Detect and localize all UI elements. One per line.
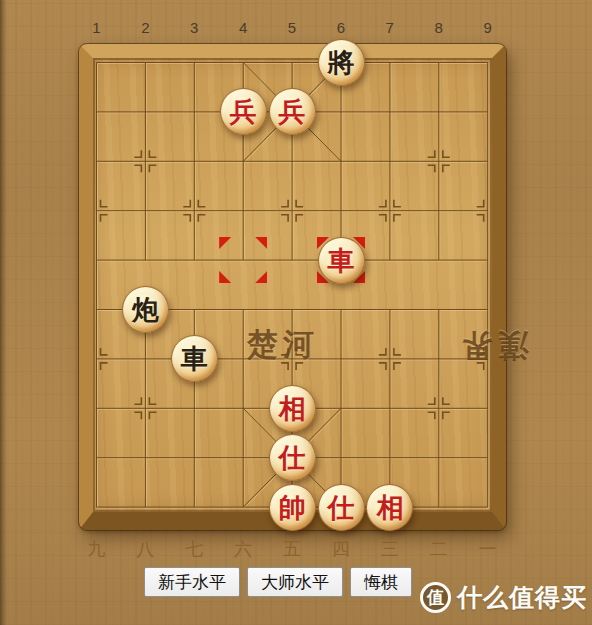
piece-glyph: 兵: [279, 98, 306, 125]
column-numeral: 四: [316, 537, 365, 561]
pieces-layer: 將兵兵車炮車相仕帥仕相: [72, 38, 512, 532]
column-number: 5: [268, 17, 317, 37]
column-numbers-top: 123456789: [72, 17, 513, 37]
novice-level-button[interactable]: 新手水平: [144, 567, 240, 597]
column-number: 6: [316, 17, 365, 37]
column-number: 2: [121, 17, 170, 37]
piece-red-相[interactable]: 相: [366, 484, 413, 531]
piece-glyph: 仕: [279, 444, 306, 471]
column-number: 9: [463, 17, 512, 37]
piece-red-帥[interactable]: 帥: [269, 484, 316, 531]
master-level-button[interactable]: 大师水平: [247, 567, 343, 597]
piece-red-兵[interactable]: 兵: [220, 88, 267, 135]
piece-black-炮[interactable]: 炮: [122, 286, 169, 333]
column-numeral: 二: [414, 537, 463, 561]
column-numeral: 九: [72, 537, 121, 561]
column-number: 3: [170, 17, 219, 37]
piece-red-車[interactable]: 車: [318, 237, 365, 284]
piece-red-兵[interactable]: 兵: [269, 88, 316, 135]
piece-glyph: 炮: [132, 296, 159, 323]
column-number: 4: [219, 17, 268, 37]
column-numeral: 一: [463, 537, 512, 561]
piece-black-車[interactable]: 車: [171, 335, 218, 382]
page-background: 123456789 楚河 漢界 將兵兵車炮車相仕帥仕相 九八七六五四三二一 新手…: [0, 0, 592, 625]
smzdm-logo: 值 什么值得买: [420, 581, 587, 614]
board-surface[interactable]: 楚河 漢界 將兵兵車炮車相仕帥仕相: [93, 58, 492, 512]
column-numeral: 八: [121, 537, 170, 561]
piece-red-相[interactable]: 相: [269, 385, 316, 432]
piece-glyph: 兵: [230, 98, 257, 125]
column-number: 8: [414, 17, 463, 37]
piece-glyph: 車: [181, 345, 208, 372]
undo-move-button[interactable]: 悔棋: [350, 567, 412, 597]
column-numeral: 六: [219, 537, 268, 561]
smzdm-logo-text: 什么值得买: [457, 581, 587, 614]
piece-glyph: 帥: [279, 494, 306, 521]
piece-red-仕[interactable]: 仕: [269, 434, 316, 481]
piece-red-仕[interactable]: 仕: [318, 484, 365, 531]
column-numeral: 五: [268, 537, 317, 561]
column-number: 7: [365, 17, 414, 37]
column-number: 1: [72, 17, 121, 37]
smzdm-logo-icon: 值: [420, 582, 451, 613]
piece-glyph: 相: [376, 494, 403, 521]
column-numeral: 七: [170, 537, 219, 561]
column-numeral: 三: [365, 537, 414, 561]
piece-glyph: 仕: [328, 494, 355, 521]
piece-black-將[interactable]: 將: [318, 39, 365, 86]
column-numerals-bottom: 九八七六五四三二一: [72, 537, 513, 557]
game-controls: 新手水平 大师水平 悔棋: [144, 567, 412, 597]
piece-glyph: 將: [328, 49, 355, 76]
xiangqi-board[interactable]: 楚河 漢界 將兵兵車炮車相仕帥仕相: [79, 44, 506, 530]
piece-glyph: 車: [328, 247, 355, 274]
piece-glyph: 相: [279, 395, 306, 422]
